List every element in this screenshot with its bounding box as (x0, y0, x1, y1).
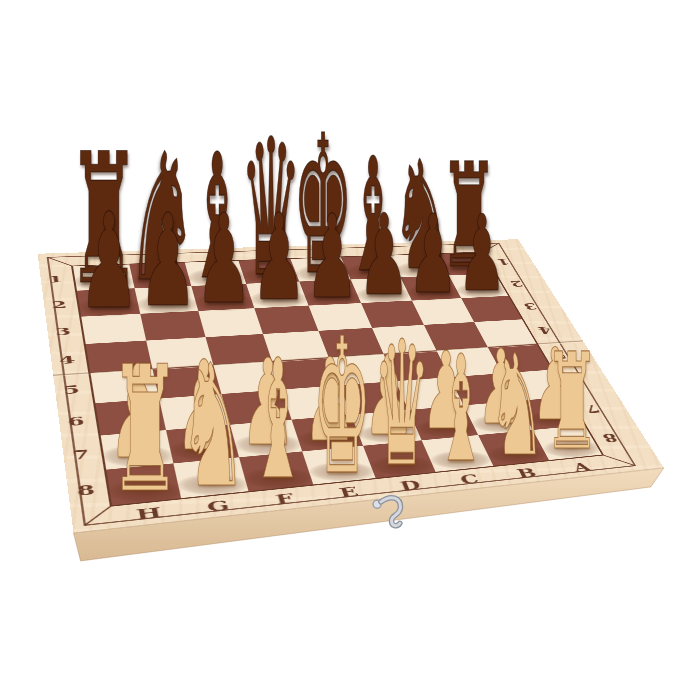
piece-dark-pawn-b2: ♟ (408, 201, 458, 309)
piece-dark-pawn-a2: ♟ (457, 201, 506, 306)
piece-dark-pawn-c2: ♟ (358, 200, 410, 312)
piece-dark-pawn-h2: ♟ (78, 196, 139, 328)
piece-dark-pawn-e2: ♟ (251, 199, 306, 318)
piece-light-rook-h8: ♜ (108, 345, 180, 519)
piece-light-bishop-f8: ♝ (251, 339, 306, 504)
piece-light-knight-b8: ♞ (489, 336, 546, 476)
pieces-layer: ♜♞♝♛♚♝♞♜♟♟♟♟♟♟♟♟♟♟♟♟♟♟♟♟♜♞♝♚♛♝♞♜ (0, 0, 700, 700)
piece-light-rook-a8: ♜ (544, 336, 599, 469)
piece-light-bishop-c8: ♝ (436, 336, 485, 483)
product-photo-stage: HGFEDCBA1234567812345678 ♜♞♝♛♚♝♞♜♟♟♟♟♟♟♟… (0, 0, 700, 700)
piece-light-knight-g8: ♞ (178, 342, 247, 511)
piece-dark-pawn-f2: ♟ (196, 198, 253, 321)
piece-light-king-e8: ♚ (312, 313, 371, 501)
piece-light-queen-d8: ♛ (374, 320, 431, 492)
piece-dark-pawn-g2: ♟ (138, 197, 197, 325)
